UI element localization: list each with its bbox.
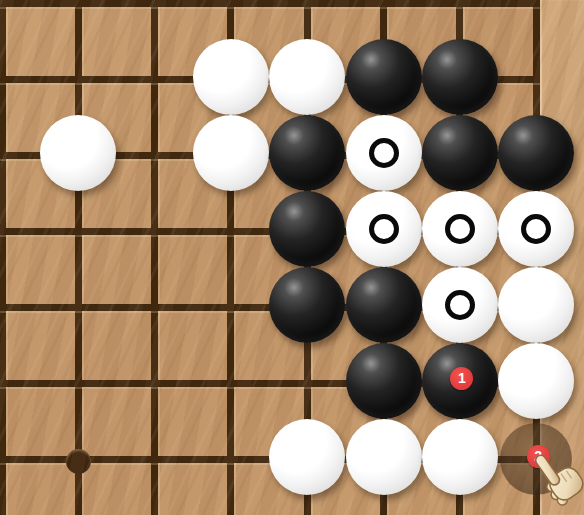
white-stone (346, 115, 422, 191)
move-number-badge: 2 (527, 445, 550, 468)
suggested-move-ghost-stone[interactable]: 2 (500, 423, 572, 495)
move-number-badge: 1 (450, 367, 473, 390)
white-stone (498, 191, 574, 267)
white-stone (498, 343, 574, 419)
black-stone (269, 191, 345, 267)
star-point-hoshi (66, 449, 91, 474)
black-stone (346, 267, 422, 343)
black-stone (269, 267, 345, 343)
white-stone (269, 39, 345, 115)
white-stone (346, 191, 422, 267)
black-stone (422, 115, 498, 191)
white-stone (422, 267, 498, 343)
white-stone (422, 191, 498, 267)
circle-marker (369, 138, 399, 168)
black-stone (346, 343, 422, 419)
white-stone (346, 419, 422, 495)
circle-marker (445, 290, 475, 320)
circle-marker (369, 214, 399, 244)
black-stone (269, 115, 345, 191)
grid-line-bevel (0, 7, 540, 9)
black-stone (422, 39, 498, 115)
white-stone (193, 39, 269, 115)
white-stone (498, 267, 574, 343)
white-stone (40, 115, 116, 191)
white-stone (269, 419, 345, 495)
black-stone (346, 39, 422, 115)
circle-marker (445, 214, 475, 244)
white-stone (422, 419, 498, 495)
circle-marker (521, 214, 551, 244)
black-stone (498, 115, 574, 191)
black-stone: 1 (422, 343, 498, 419)
go-board[interactable]: 12 (0, 0, 584, 515)
white-stone (193, 115, 269, 191)
